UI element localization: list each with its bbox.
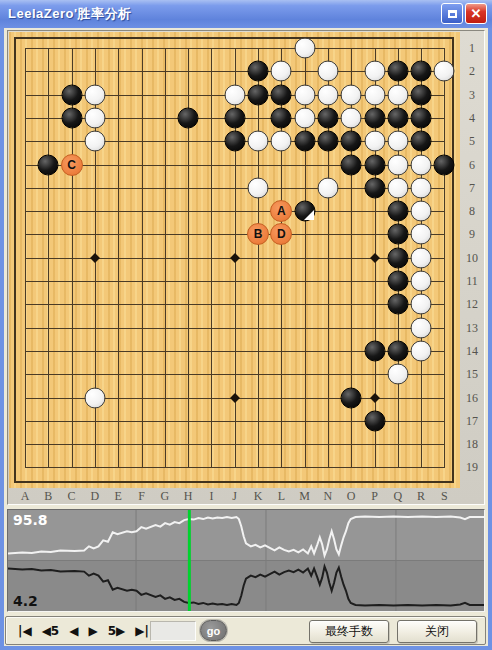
col-label-P: P bbox=[371, 489, 378, 504]
last-move-triangle-icon bbox=[294, 201, 315, 222]
col-label-G: G bbox=[160, 489, 169, 504]
white-stone-N7 bbox=[317, 177, 338, 198]
nav-buttons: |◀◀5◀▶5▶▶| bbox=[18, 617, 149, 644]
white-stone-L5 bbox=[271, 131, 292, 152]
white-stone-K7 bbox=[248, 177, 269, 198]
white-stone-M4 bbox=[294, 107, 315, 128]
close-icon: ✕ bbox=[471, 6, 482, 21]
black-stone-P6 bbox=[364, 154, 385, 175]
nav-forward-5-button[interactable]: 5▶ bbox=[108, 624, 126, 638]
white-stone-R12 bbox=[411, 294, 432, 315]
grid-line bbox=[25, 328, 445, 329]
white-stone-S2 bbox=[434, 61, 455, 82]
row-label-14: 14 bbox=[466, 343, 478, 358]
black-stone-L3 bbox=[271, 84, 292, 105]
maximize-icon bbox=[448, 10, 457, 18]
row-label-11: 11 bbox=[466, 274, 478, 289]
close-dialog-button[interactable]: 关闭 bbox=[397, 620, 477, 643]
row-label-17: 17 bbox=[466, 413, 478, 428]
nav-forward-1-button[interactable]: ▶ bbox=[88, 624, 97, 638]
white-stone-O3 bbox=[341, 84, 362, 105]
white-stone-R13 bbox=[411, 317, 432, 338]
grid-line bbox=[25, 374, 445, 375]
white-stone-R10 bbox=[411, 247, 432, 268]
black-stone-P4 bbox=[364, 107, 385, 128]
white-stone-R14 bbox=[411, 340, 432, 361]
black-stone-R5 bbox=[411, 131, 432, 152]
black-stone-P17 bbox=[364, 410, 385, 431]
black-stone-J4 bbox=[224, 107, 245, 128]
black-stone-Q2 bbox=[387, 61, 408, 82]
white-stone-O4 bbox=[341, 107, 362, 128]
candidate-move-B[interactable]: B bbox=[247, 223, 269, 245]
final-moves-button[interactable]: 最终手数 bbox=[309, 620, 389, 643]
row-label-19: 19 bbox=[466, 460, 478, 475]
grid-line bbox=[25, 444, 445, 445]
col-label-M: M bbox=[299, 489, 310, 504]
row-label-5: 5 bbox=[469, 134, 475, 149]
col-label-A: A bbox=[21, 489, 30, 504]
black-stone-K2 bbox=[248, 61, 269, 82]
white-stone-R7 bbox=[411, 177, 432, 198]
white-stone-L2 bbox=[271, 61, 292, 82]
move-number-input[interactable] bbox=[150, 621, 196, 641]
candidate-move-A[interactable]: A bbox=[270, 200, 292, 222]
white-stone-D4 bbox=[84, 107, 105, 128]
maximize-button[interactable] bbox=[441, 3, 463, 24]
candidate-move-C[interactable]: C bbox=[61, 154, 83, 176]
white-stone-M1 bbox=[294, 38, 315, 59]
black-stone-Q4 bbox=[387, 107, 408, 128]
go-board[interactable]: CABD bbox=[9, 32, 460, 488]
nav-first-button[interactable]: |◀ bbox=[18, 624, 32, 638]
white-stone-R6 bbox=[411, 154, 432, 175]
black-stone-R4 bbox=[411, 107, 432, 128]
white-stone-N3 bbox=[317, 84, 338, 105]
row-label-15: 15 bbox=[466, 367, 478, 382]
black-stone-J5 bbox=[224, 131, 245, 152]
board-panel: CABD 12345678910111213141516171819 ABCDE… bbox=[7, 30, 485, 505]
grid-line bbox=[444, 48, 445, 468]
black-stone-K3 bbox=[248, 84, 269, 105]
black-stone-H4 bbox=[178, 107, 199, 128]
black-stone-R3 bbox=[411, 84, 432, 105]
col-label-L: L bbox=[278, 489, 285, 504]
black-stone-O16 bbox=[341, 387, 362, 408]
black-stone-B6 bbox=[38, 154, 59, 175]
winrate-graph[interactable]: 95.8 4.2 bbox=[7, 509, 485, 612]
black-stone-Q10 bbox=[387, 247, 408, 268]
col-label-Q: Q bbox=[393, 489, 402, 504]
black-stone-O6 bbox=[341, 154, 362, 175]
col-label-F: F bbox=[138, 489, 145, 504]
white-stone-P5 bbox=[364, 131, 385, 152]
black-stone-L4 bbox=[271, 107, 292, 128]
candidate-move-D[interactable]: D bbox=[270, 223, 292, 245]
white-stone-Q6 bbox=[387, 154, 408, 175]
white-stone-R9 bbox=[411, 224, 432, 245]
black-stone-Q11 bbox=[387, 271, 408, 292]
black-stone-C4 bbox=[61, 107, 82, 128]
col-label-S: S bbox=[441, 489, 448, 504]
row-label-16: 16 bbox=[466, 390, 478, 405]
black-winrate-value: 95.8 bbox=[13, 512, 48, 528]
window-title: LeelaZero'胜率分析 bbox=[0, 5, 132, 23]
black-stone-M5 bbox=[294, 131, 315, 152]
col-label-N: N bbox=[324, 489, 333, 504]
white-stone-D16 bbox=[84, 387, 105, 408]
white-stone-Q5 bbox=[387, 131, 408, 152]
close-button[interactable]: ✕ bbox=[465, 3, 487, 24]
col-label-C: C bbox=[68, 489, 76, 504]
black-stone-C3 bbox=[61, 84, 82, 105]
toolbar: |◀◀5◀▶5▶▶| go 最终手数 关闭 bbox=[5, 616, 486, 645]
black-stone-Q14 bbox=[387, 340, 408, 361]
go-button[interactable]: go bbox=[200, 620, 227, 641]
white-stone-P2 bbox=[364, 61, 385, 82]
row-label-13: 13 bbox=[466, 320, 478, 335]
col-label-E: E bbox=[115, 489, 122, 504]
white-stone-R8 bbox=[411, 201, 432, 222]
client-area: CABD 12345678910111213141516171819 ABCDE… bbox=[4, 28, 488, 646]
black-stone-Q12 bbox=[387, 294, 408, 315]
col-label-B: B bbox=[44, 489, 52, 504]
row-label-3: 3 bbox=[469, 87, 475, 102]
white-stone-K5 bbox=[248, 131, 269, 152]
white-stone-Q7 bbox=[387, 177, 408, 198]
black-stone-R2 bbox=[411, 61, 432, 82]
row-label-7: 7 bbox=[469, 180, 475, 195]
black-stone-Q8 bbox=[387, 201, 408, 222]
grid-line bbox=[25, 304, 445, 305]
grid-line bbox=[25, 467, 445, 468]
grid-line bbox=[258, 48, 259, 468]
app-window: LeelaZero'胜率分析 ✕ CABD 123456789101112131… bbox=[0, 0, 492, 650]
col-label-H: H bbox=[184, 489, 193, 504]
col-label-R: R bbox=[417, 489, 425, 504]
white-stone-D5 bbox=[84, 131, 105, 152]
col-label-K: K bbox=[254, 489, 263, 504]
col-label-O: O bbox=[347, 489, 356, 504]
row-label-8: 8 bbox=[469, 204, 475, 219]
black-stone-P7 bbox=[364, 177, 385, 198]
col-label-J: J bbox=[232, 489, 237, 504]
row-label-12: 12 bbox=[466, 297, 478, 312]
black-stone-N4 bbox=[317, 107, 338, 128]
black-stone-S6 bbox=[434, 154, 455, 175]
black-stone-Q9 bbox=[387, 224, 408, 245]
white-stone-Q3 bbox=[387, 84, 408, 105]
white-stone-Q15 bbox=[387, 364, 408, 385]
white-stone-D3 bbox=[84, 84, 105, 105]
row-label-1: 1 bbox=[469, 41, 475, 56]
row-label-9: 9 bbox=[469, 227, 475, 242]
black-stone-N5 bbox=[317, 131, 338, 152]
row-label-4: 4 bbox=[469, 110, 475, 125]
nav-last-button[interactable]: ▶| bbox=[135, 624, 149, 638]
grid-line bbox=[25, 281, 445, 282]
row-label-18: 18 bbox=[466, 437, 478, 452]
row-label-6: 6 bbox=[469, 157, 475, 172]
white-stone-N2 bbox=[317, 61, 338, 82]
row-label-10: 10 bbox=[466, 250, 478, 265]
black-stone-O5 bbox=[341, 131, 362, 152]
white-stone-J3 bbox=[224, 84, 245, 105]
white-stone-P3 bbox=[364, 84, 385, 105]
nav-back-1-button[interactable]: ◀ bbox=[69, 624, 78, 638]
col-label-I: I bbox=[209, 489, 213, 504]
black-stone-P14 bbox=[364, 340, 385, 361]
col-label-D: D bbox=[91, 489, 100, 504]
titlebar[interactable]: LeelaZero'胜率分析 ✕ bbox=[0, 0, 492, 28]
nav-back-5-button[interactable]: ◀5 bbox=[42, 624, 60, 638]
row-label-2: 2 bbox=[469, 64, 475, 79]
white-winrate-value: 4.2 bbox=[13, 593, 38, 609]
white-stone-R11 bbox=[411, 271, 432, 292]
white-stone-M3 bbox=[294, 84, 315, 105]
